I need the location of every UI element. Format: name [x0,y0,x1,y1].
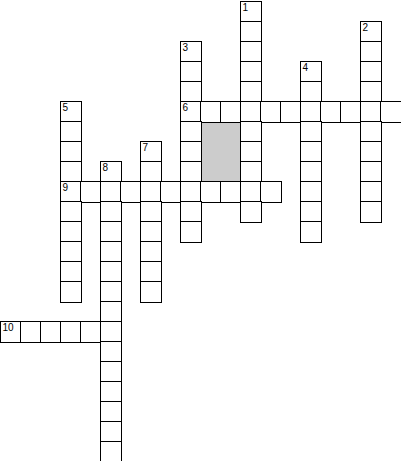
cell-r5c14[interactable] [281,102,301,122]
crossword-board: 12345678910 [0,0,401,461]
cell-r16c3[interactable] [61,322,81,342]
cell-r9c6[interactable] [121,182,141,202]
gray-block [201,122,241,182]
cell-r14c7[interactable] [141,282,161,302]
cell-r4c12[interactable] [241,82,261,102]
cell-r3c9[interactable] [181,62,201,82]
clue-number-3: 3 [183,42,189,53]
cell-r9c3[interactable]: 9 [61,182,81,202]
cell-r13c7[interactable] [141,262,161,282]
cell-r10c9[interactable] [181,202,201,222]
cell-r7c18[interactable] [361,142,381,162]
cell-r8c5[interactable]: 8 [101,162,121,182]
cell-r5c12[interactable] [241,102,261,122]
cell-r10c5[interactable] [101,202,121,222]
cell-r5c9[interactable]: 6 [181,102,201,122]
cell-r11c7[interactable] [141,222,161,242]
cell-r7c12[interactable] [241,142,261,162]
cell-r11c9[interactable] [181,222,201,242]
cell-r5c10[interactable] [201,102,221,122]
cell-r5c15[interactable] [301,102,321,122]
cell-r9c12[interactable] [241,182,261,202]
cell-r7c9[interactable] [181,142,201,162]
cell-r9c7[interactable] [141,182,161,202]
cell-r2c18[interactable] [361,42,381,62]
cell-r11c3[interactable] [61,222,81,242]
cell-r8c3[interactable] [61,162,81,182]
cell-r6c15[interactable] [301,122,321,142]
cell-r9c8[interactable] [161,182,181,202]
cell-r5c19[interactable] [381,102,401,122]
cell-r9c5[interactable] [101,182,121,202]
cell-r12c3[interactable] [61,242,81,262]
cell-r10c3[interactable] [61,202,81,222]
cell-r6c18[interactable] [361,122,381,142]
cell-r18c5[interactable] [101,362,121,382]
cell-r11c15[interactable] [301,222,321,242]
clue-number-5: 5 [63,102,69,113]
cell-r2c12[interactable] [241,42,261,62]
cell-r22c5[interactable] [101,442,121,461]
cell-r7c7[interactable]: 7 [141,142,161,162]
cell-r14c3[interactable] [61,282,81,302]
clue-number-9: 9 [63,182,69,193]
cell-r16c5[interactable] [101,322,121,342]
cell-r16c4[interactable] [81,322,101,342]
clue-number-1: 1 [243,2,249,13]
cell-r9c13[interactable] [261,182,281,202]
cell-r6c3[interactable] [61,122,81,142]
cell-r5c16[interactable] [321,102,341,122]
cell-r7c3[interactable] [61,142,81,162]
cell-r2c9[interactable]: 3 [181,42,201,62]
clue-number-2: 2 [363,22,369,33]
cell-r15c5[interactable] [101,302,121,322]
cell-r8c12[interactable] [241,162,261,182]
cell-r21c5[interactable] [101,422,121,442]
cell-r5c17[interactable] [341,102,361,122]
cell-r3c18[interactable] [361,62,381,82]
cell-r16c2[interactable] [41,322,61,342]
cell-r7c15[interactable] [301,142,321,162]
cell-r11c5[interactable] [101,222,121,242]
cell-r4c15[interactable] [301,82,321,102]
cell-r16c0[interactable]: 10 [1,322,21,342]
cell-r8c18[interactable] [361,162,381,182]
clue-number-6: 6 [183,102,189,113]
cell-r9c18[interactable] [361,182,381,202]
clue-number-7: 7 [143,142,149,153]
cell-r14c5[interactable] [101,282,121,302]
clue-number-4: 4 [303,62,309,73]
cell-r5c18[interactable] [361,102,381,122]
cell-r6c12[interactable] [241,122,261,142]
cell-r12c7[interactable] [141,242,161,262]
cell-r9c4[interactable] [81,182,101,202]
cell-r8c9[interactable] [181,162,201,182]
cell-r1c18[interactable]: 2 [361,22,381,42]
cell-r1c12[interactable] [241,22,261,42]
cell-r10c12[interactable] [241,202,261,222]
cell-r9c11[interactable] [221,182,241,202]
cell-r20c5[interactable] [101,402,121,422]
cell-r9c15[interactable] [301,182,321,202]
cell-r16c1[interactable] [21,322,41,342]
cell-r4c9[interactable] [181,82,201,102]
cell-r3c15[interactable]: 4 [301,62,321,82]
clue-number-10: 10 [3,322,14,333]
cell-r8c7[interactable] [141,162,161,182]
cell-r10c15[interactable] [301,202,321,222]
cell-r6c9[interactable] [181,122,201,142]
clue-number-8: 8 [103,162,109,173]
cell-r5c11[interactable] [221,102,241,122]
cell-r9c10[interactable] [201,182,221,202]
cell-r5c13[interactable] [261,102,281,122]
cell-r5c3[interactable]: 5 [61,102,81,122]
cell-r3c12[interactable] [241,62,261,82]
cell-r13c3[interactable] [61,262,81,282]
cell-r17c5[interactable] [101,342,121,362]
cell-r0c12[interactable]: 1 [241,2,261,22]
cell-r4c18[interactable] [361,82,381,102]
cell-r10c18[interactable] [361,202,381,222]
cell-r9c9[interactable] [181,182,201,202]
cell-r12c5[interactable] [101,242,121,262]
cell-r13c5[interactable] [101,262,121,282]
cell-r10c7[interactable] [141,202,161,222]
cell-r8c15[interactable] [301,162,321,182]
cell-r19c5[interactable] [101,382,121,402]
